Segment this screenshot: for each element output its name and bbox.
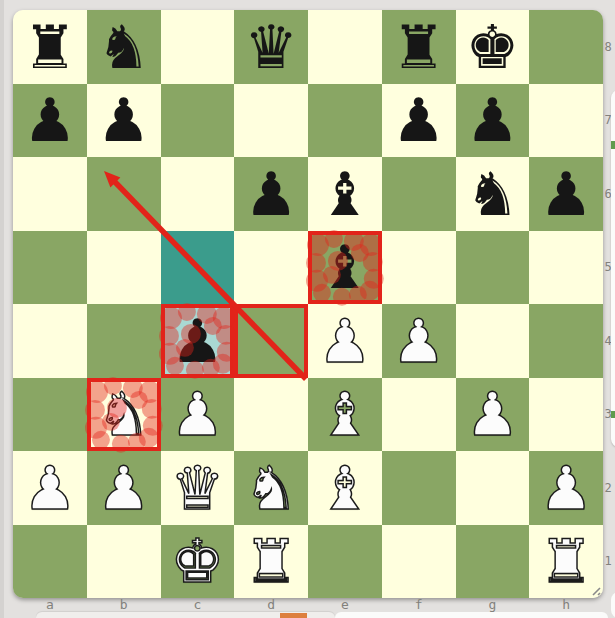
black-bishop[interactable]: ♝ (308, 231, 382, 305)
square-g8[interactable]: ♚ (456, 10, 530, 84)
bottom-orange-accent (280, 613, 307, 618)
page-left-strip (0, 0, 4, 618)
square-b3[interactable]: ♞ (87, 378, 161, 452)
square-d4[interactable] (234, 304, 308, 378)
square-h3[interactable] (529, 378, 603, 452)
white-knight[interactable]: ♞ (87, 378, 161, 452)
square-a3[interactable] (13, 378, 87, 452)
rank-label-2: 2 (602, 451, 614, 525)
rank-label-8: 8 (602, 10, 614, 84)
square-c7[interactable] (161, 84, 235, 158)
square-d7[interactable] (234, 84, 308, 158)
square-b7[interactable]: ♟ (87, 84, 161, 158)
square-g2[interactable] (456, 451, 530, 525)
square-d1[interactable]: ♜ (234, 525, 308, 599)
white-bishop[interactable]: ♝ (308, 451, 382, 525)
black-pawn[interactable]: ♟ (161, 304, 235, 378)
square-g6[interactable]: ♞ (456, 157, 530, 231)
square-a4[interactable] (13, 304, 87, 378)
black-king[interactable]: ♚ (456, 10, 530, 84)
square-d2[interactable]: ♞ (234, 451, 308, 525)
square-h5[interactable] (529, 231, 603, 305)
board-resize-handle[interactable] (587, 582, 601, 596)
square-c5[interactable] (161, 231, 235, 305)
square-b8[interactable]: ♞ (87, 10, 161, 84)
square-e7[interactable] (308, 84, 382, 158)
square-b1[interactable] (87, 525, 161, 599)
white-pawn[interactable]: ♟ (308, 304, 382, 378)
square-f1[interactable] (382, 525, 456, 599)
right-edge-green-mark (611, 141, 615, 149)
black-knight[interactable]: ♞ (87, 10, 161, 84)
square-h2[interactable]: ♟ (529, 451, 603, 525)
red-square-annotation (234, 304, 308, 378)
file-label-g: g (456, 598, 530, 611)
square-f7[interactable]: ♟ (382, 84, 456, 158)
white-queen[interactable]: ♛ (161, 451, 235, 525)
square-h4[interactable] (529, 304, 603, 378)
square-f4[interactable]: ♟ (382, 304, 456, 378)
square-c2[interactable]: ♛ (161, 451, 235, 525)
square-f5[interactable] (382, 231, 456, 305)
white-bishop[interactable]: ♝ (308, 378, 382, 452)
square-c6[interactable] (161, 157, 235, 231)
square-c1[interactable]: ♚ (161, 525, 235, 599)
file-label-a: a (13, 598, 87, 611)
square-e5[interactable]: ♝ (308, 231, 382, 305)
right-edge-green-mark (611, 411, 615, 418)
black-pawn[interactable]: ♟ (87, 84, 161, 158)
black-pawn[interactable]: ♟ (13, 84, 87, 158)
white-pawn[interactable]: ♟ (13, 451, 87, 525)
square-c8[interactable] (161, 10, 235, 84)
black-pawn[interactable]: ♟ (382, 84, 456, 158)
square-f2[interactable] (382, 451, 456, 525)
square-g7[interactable]: ♟ (456, 84, 530, 158)
square-e6[interactable]: ♝ (308, 157, 382, 231)
white-pawn[interactable]: ♟ (161, 378, 235, 452)
black-pawn[interactable]: ♟ (529, 157, 603, 231)
square-d6[interactable]: ♟ (234, 157, 308, 231)
square-a2[interactable]: ♟ (13, 451, 87, 525)
chess-board[interactable]: ♜♞♛♜♚♟♟♟♟♟♝♞♟♝♟♟♟♞♟♝♟♟♟♛♞♝♟♚♜♜ (13, 10, 603, 598)
white-pawn[interactable]: ♟ (382, 304, 456, 378)
square-h7[interactable] (529, 84, 603, 158)
file-label-b: b (87, 598, 161, 611)
square-a8[interactable]: ♜ (13, 10, 87, 84)
white-king[interactable]: ♚ (161, 525, 235, 599)
white-pawn[interactable]: ♟ (87, 451, 161, 525)
square-g3[interactable]: ♟ (456, 378, 530, 452)
square-a5[interactable] (13, 231, 87, 305)
square-b4[interactable] (87, 304, 161, 378)
square-g1[interactable] (456, 525, 530, 599)
black-pawn[interactable]: ♟ (234, 157, 308, 231)
square-d3[interactable] (234, 378, 308, 452)
square-d5[interactable] (234, 231, 308, 305)
square-h8[interactable] (529, 10, 603, 84)
black-knight[interactable]: ♞ (456, 157, 530, 231)
square-d8[interactable]: ♛ (234, 10, 308, 84)
square-f3[interactable] (382, 378, 456, 452)
square-e2[interactable]: ♝ (308, 451, 382, 525)
square-g4[interactable] (456, 304, 530, 378)
square-f6[interactable] (382, 157, 456, 231)
file-label-d: d (234, 598, 308, 611)
square-h6[interactable]: ♟ (529, 157, 603, 231)
square-f8[interactable]: ♜ (382, 10, 456, 84)
square-b5[interactable] (87, 231, 161, 305)
bottom-edge-panel (335, 612, 608, 618)
right-edge-panel (611, 592, 615, 618)
white-rook[interactable]: ♜ (234, 525, 308, 599)
white-knight[interactable]: ♞ (234, 451, 308, 525)
rank-label-1: 1 (602, 525, 614, 599)
square-b2[interactable]: ♟ (87, 451, 161, 525)
square-c3[interactable]: ♟ (161, 378, 235, 452)
square-b6[interactable] (87, 157, 161, 231)
black-rook[interactable]: ♜ (382, 10, 456, 84)
square-e1[interactable] (308, 525, 382, 599)
square-c4[interactable]: ♟ (161, 304, 235, 378)
square-e3[interactable]: ♝ (308, 378, 382, 452)
square-e4[interactable]: ♟ (308, 304, 382, 378)
file-labels: abcdefgh (13, 598, 603, 611)
file-label-c: c (161, 598, 235, 611)
file-label-e: e (308, 598, 382, 611)
black-queen[interactable]: ♛ (234, 10, 308, 84)
black-bishop[interactable]: ♝ (308, 157, 382, 231)
square-a1[interactable] (13, 525, 87, 599)
square-a7[interactable]: ♟ (13, 84, 87, 158)
white-pawn[interactable]: ♟ (456, 378, 530, 452)
file-label-f: f (382, 598, 456, 611)
black-rook[interactable]: ♜ (13, 10, 87, 84)
file-label-h: h (529, 598, 603, 611)
square-g5[interactable] (456, 231, 530, 305)
square-e8[interactable] (308, 10, 382, 84)
black-pawn[interactable]: ♟ (456, 84, 530, 158)
square-a6[interactable] (13, 157, 87, 231)
white-pawn[interactable]: ♟ (529, 451, 603, 525)
